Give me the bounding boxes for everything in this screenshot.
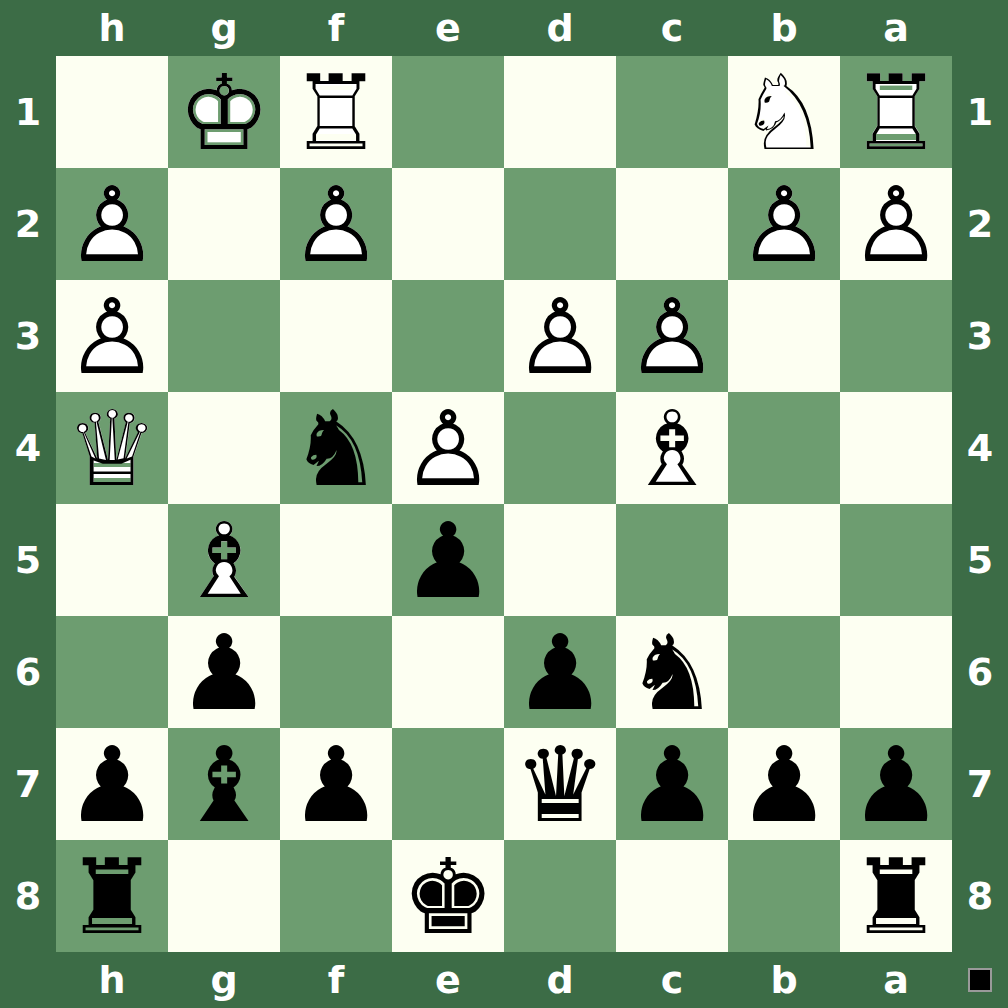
square-e7[interactable] xyxy=(392,728,504,840)
piece-outline-glyph: ♗ xyxy=(616,392,728,504)
piece-white-rook[interactable]: ♜♖ xyxy=(840,56,952,168)
chess-board-diagram: hgfedcba1♚♔♜♖♞♘♜♖12♟♙♟♙♟♙♟♙23♟♙♟♙♟♙34♛♕♞… xyxy=(0,0,1008,1008)
file-label-bottom-e-text: e xyxy=(435,958,461,1002)
square-g4[interactable] xyxy=(168,392,280,504)
square-h4[interactable]: ♛♕ xyxy=(56,392,168,504)
square-d8[interactable] xyxy=(504,840,616,952)
piece-black-rook[interactable]: ♜ xyxy=(56,840,168,952)
piece-white-bishop[interactable]: ♝♗ xyxy=(616,392,728,504)
rank-label-left-6-text: 6 xyxy=(15,650,41,694)
square-a6[interactable] xyxy=(840,616,952,728)
square-b7[interactable]: ♟ xyxy=(728,728,840,840)
rank-label-right-7-text: 7 xyxy=(967,762,993,806)
file-label-top-e-text: e xyxy=(435,6,461,50)
square-g6[interactable]: ♟ xyxy=(168,616,280,728)
square-g2[interactable] xyxy=(168,168,280,280)
piece-outline-glyph: ♙ xyxy=(728,168,840,280)
square-b5[interactable] xyxy=(728,504,840,616)
file-label-bottom-g-text: g xyxy=(210,958,237,1002)
square-e5[interactable]: ♟ xyxy=(392,504,504,616)
square-c7[interactable]: ♟ xyxy=(616,728,728,840)
piece-solid-glyph: ♟ xyxy=(616,728,728,840)
piece-outline-glyph: ♕ xyxy=(56,392,168,504)
square-a5[interactable] xyxy=(840,504,952,616)
square-b8[interactable] xyxy=(728,840,840,952)
piece-black-bishop[interactable]: ♝ xyxy=(168,728,280,840)
rank-label-right-4-text: 4 xyxy=(967,426,993,470)
piece-white-pawn[interactable]: ♟♙ xyxy=(56,280,168,392)
rank-label-left-8: 8 xyxy=(0,840,56,952)
piece-outline-glyph: ♖ xyxy=(280,56,392,168)
piece-white-pawn[interactable]: ♟♙ xyxy=(616,280,728,392)
rank-label-right-2: 2 xyxy=(952,168,1008,280)
corner-bottom-right xyxy=(952,952,1008,1008)
square-d5[interactable] xyxy=(504,504,616,616)
piece-outline-glyph: ♙ xyxy=(392,392,504,504)
rank-label-right-8-text: 8 xyxy=(967,874,993,918)
square-f7[interactable]: ♟ xyxy=(280,728,392,840)
square-e1[interactable] xyxy=(392,56,504,168)
square-h3[interactable]: ♟♙ xyxy=(56,280,168,392)
rank-label-right-6-text: 6 xyxy=(967,650,993,694)
square-a8[interactable]: ♜ xyxy=(840,840,952,952)
rank-label-right-5-text: 5 xyxy=(967,538,993,582)
rank-label-right-1-text: 1 xyxy=(967,90,993,134)
piece-outline-glyph: ♖ xyxy=(840,56,952,168)
file-label-top-c: c xyxy=(616,0,728,56)
piece-white-bishop[interactable]: ♝♗ xyxy=(168,504,280,616)
square-f4[interactable]: ♞ xyxy=(280,392,392,504)
square-b6[interactable] xyxy=(728,616,840,728)
square-c8[interactable] xyxy=(616,840,728,952)
rank-label-left-3-text: 3 xyxy=(15,314,41,358)
rank-label-left-5: 5 xyxy=(0,504,56,616)
piece-white-king[interactable]: ♚♔ xyxy=(168,56,280,168)
piece-white-pawn[interactable]: ♟♙ xyxy=(504,280,616,392)
piece-solid-glyph: ♟ xyxy=(840,728,952,840)
square-e6[interactable] xyxy=(392,616,504,728)
corner-top-right xyxy=(952,0,1008,56)
file-label-bottom-e: e xyxy=(392,952,504,1008)
piece-white-knight[interactable]: ♞♘ xyxy=(728,56,840,168)
rank-label-right-8: 8 xyxy=(952,840,1008,952)
file-label-bottom-g: g xyxy=(168,952,280,1008)
rank-label-right-3: 3 xyxy=(952,280,1008,392)
square-d4[interactable] xyxy=(504,392,616,504)
piece-solid-glyph: ♟ xyxy=(392,504,504,616)
square-a4[interactable] xyxy=(840,392,952,504)
piece-black-knight[interactable]: ♞ xyxy=(616,616,728,728)
file-label-top-g-text: g xyxy=(210,6,237,50)
piece-black-pawn[interactable]: ♟ xyxy=(168,616,280,728)
file-label-bottom-b: b xyxy=(728,952,840,1008)
piece-outline-glyph: ♘ xyxy=(728,56,840,168)
square-h5[interactable] xyxy=(56,504,168,616)
rank-label-left-8-text: 8 xyxy=(15,874,41,918)
corner-top-left xyxy=(0,0,56,56)
piece-solid-glyph: ♛ xyxy=(504,728,616,840)
piece-black-pawn[interactable]: ♟ xyxy=(392,504,504,616)
piece-solid-glyph: ♜ xyxy=(840,840,952,952)
rank-label-left-2: 2 xyxy=(0,168,56,280)
rank-label-right-5: 5 xyxy=(952,504,1008,616)
rank-label-right-1: 1 xyxy=(952,56,1008,168)
square-c5[interactable] xyxy=(616,504,728,616)
piece-solid-glyph: ♟ xyxy=(728,728,840,840)
file-label-bottom-a: a xyxy=(840,952,952,1008)
file-label-bottom-h: h xyxy=(56,952,168,1008)
piece-outline-glyph: ♙ xyxy=(280,168,392,280)
file-label-bottom-b-text: b xyxy=(770,958,797,1002)
rank-label-left-5-text: 5 xyxy=(15,538,41,582)
piece-solid-glyph: ♟ xyxy=(280,728,392,840)
file-label-bottom-f-text: f xyxy=(328,958,345,1002)
piece-black-pawn[interactable]: ♟ xyxy=(504,616,616,728)
piece-outline-glyph: ♔ xyxy=(168,56,280,168)
square-b4[interactable] xyxy=(728,392,840,504)
rank-label-left-7-text: 7 xyxy=(15,762,41,806)
piece-outline-glyph: ♗ xyxy=(168,504,280,616)
piece-black-pawn[interactable]: ♟ xyxy=(728,728,840,840)
rank-label-left-2-text: 2 xyxy=(15,202,41,246)
piece-white-pawn[interactable]: ♟♙ xyxy=(56,168,168,280)
square-c2[interactable] xyxy=(616,168,728,280)
piece-outline-glyph: ♙ xyxy=(840,168,952,280)
square-d7[interactable]: ♛ xyxy=(504,728,616,840)
file-label-top-d: d xyxy=(504,0,616,56)
square-h1[interactable] xyxy=(56,56,168,168)
piece-black-rook[interactable]: ♜ xyxy=(840,840,952,952)
file-label-top-h: h xyxy=(56,0,168,56)
piece-solid-glyph: ♟ xyxy=(504,616,616,728)
rank-label-right-6: 6 xyxy=(952,616,1008,728)
rank-label-left-3: 3 xyxy=(0,280,56,392)
piece-outline-glyph: ♙ xyxy=(56,280,168,392)
square-f5[interactable] xyxy=(280,504,392,616)
file-label-bottom-d-text: d xyxy=(546,958,573,1002)
piece-white-queen[interactable]: ♛♕ xyxy=(56,392,168,504)
file-label-top-c-text: c xyxy=(661,6,684,50)
square-b1[interactable]: ♞♘ xyxy=(728,56,840,168)
square-g3[interactable] xyxy=(168,280,280,392)
square-g8[interactable] xyxy=(168,840,280,952)
file-label-bottom-c: c xyxy=(616,952,728,1008)
piece-black-pawn[interactable]: ♟ xyxy=(280,728,392,840)
rank-label-left-1: 1 xyxy=(0,56,56,168)
piece-solid-glyph: ♚ xyxy=(392,840,504,952)
square-f8[interactable] xyxy=(280,840,392,952)
file-label-top-a: a xyxy=(840,0,952,56)
piece-white-pawn[interactable]: ♟♙ xyxy=(728,168,840,280)
square-g7[interactable]: ♝ xyxy=(168,728,280,840)
square-a1[interactable]: ♜♖ xyxy=(840,56,952,168)
square-f1[interactable]: ♜♖ xyxy=(280,56,392,168)
file-label-top-e: e xyxy=(392,0,504,56)
rank-label-left-1-text: 1 xyxy=(15,90,41,134)
piece-solid-glyph: ♟ xyxy=(56,728,168,840)
piece-black-pawn[interactable]: ♟ xyxy=(616,728,728,840)
square-c4[interactable]: ♝♗ xyxy=(616,392,728,504)
piece-outline-glyph: ♙ xyxy=(56,168,168,280)
square-f3[interactable] xyxy=(280,280,392,392)
square-h2[interactable]: ♟♙ xyxy=(56,168,168,280)
square-h7[interactable]: ♟ xyxy=(56,728,168,840)
file-label-bottom-f: f xyxy=(280,952,392,1008)
rank-label-right-4: 4 xyxy=(952,392,1008,504)
square-d2[interactable] xyxy=(504,168,616,280)
square-d1[interactable] xyxy=(504,56,616,168)
square-f6[interactable] xyxy=(280,616,392,728)
square-h6[interactable] xyxy=(56,616,168,728)
square-c6[interactable]: ♞ xyxy=(616,616,728,728)
rank-label-left-4-text: 4 xyxy=(15,426,41,470)
square-c1[interactable] xyxy=(616,56,728,168)
piece-outline-glyph: ♙ xyxy=(504,280,616,392)
rank-label-right-2-text: 2 xyxy=(967,202,993,246)
file-label-top-a-text: a xyxy=(883,6,909,50)
file-label-top-b-text: b xyxy=(770,6,797,50)
square-b3[interactable] xyxy=(728,280,840,392)
file-label-bottom-h-text: h xyxy=(98,958,125,1002)
square-b2[interactable]: ♟♙ xyxy=(728,168,840,280)
square-g5[interactable]: ♝♗ xyxy=(168,504,280,616)
square-e4[interactable]: ♟♙ xyxy=(392,392,504,504)
piece-solid-glyph: ♞ xyxy=(280,392,392,504)
piece-white-rook[interactable]: ♜♖ xyxy=(280,56,392,168)
file-label-top-f: f xyxy=(280,0,392,56)
square-h8[interactable]: ♜ xyxy=(56,840,168,952)
square-d3[interactable]: ♟♙ xyxy=(504,280,616,392)
piece-outline-glyph: ♙ xyxy=(616,280,728,392)
file-label-bottom-d: d xyxy=(504,952,616,1008)
file-label-top-f-text: f xyxy=(328,6,345,50)
piece-black-pawn[interactable]: ♟ xyxy=(56,728,168,840)
square-e3[interactable] xyxy=(392,280,504,392)
piece-black-pawn[interactable]: ♟ xyxy=(840,728,952,840)
square-a7[interactable]: ♟ xyxy=(840,728,952,840)
piece-white-pawn[interactable]: ♟♙ xyxy=(392,392,504,504)
black-to-move-indicator xyxy=(968,968,992,992)
square-c3[interactable]: ♟♙ xyxy=(616,280,728,392)
square-e2[interactable] xyxy=(392,168,504,280)
square-d6[interactable]: ♟ xyxy=(504,616,616,728)
rank-label-left-6: 6 xyxy=(0,616,56,728)
board-grid: hgfedcba1♚♔♜♖♞♘♜♖12♟♙♟♙♟♙♟♙23♟♙♟♙♟♙34♛♕♞… xyxy=(0,0,1008,1008)
square-f2[interactable]: ♟♙ xyxy=(280,168,392,280)
rank-label-left-7: 7 xyxy=(0,728,56,840)
file-label-bottom-c-text: c xyxy=(661,958,684,1002)
file-label-bottom-a-text: a xyxy=(883,958,909,1002)
piece-solid-glyph: ♜ xyxy=(56,840,168,952)
piece-black-knight[interactable]: ♞ xyxy=(280,392,392,504)
piece-solid-glyph: ♝ xyxy=(168,728,280,840)
corner-bottom-left xyxy=(0,952,56,1008)
square-a2[interactable]: ♟♙ xyxy=(840,168,952,280)
rank-label-left-4: 4 xyxy=(0,392,56,504)
piece-white-pawn[interactable]: ♟♙ xyxy=(840,168,952,280)
file-label-top-d-text: d xyxy=(546,6,573,50)
file-label-top-h-text: h xyxy=(98,6,125,50)
rank-label-right-7: 7 xyxy=(952,728,1008,840)
piece-white-pawn[interactable]: ♟♙ xyxy=(280,168,392,280)
file-label-top-b: b xyxy=(728,0,840,56)
piece-solid-glyph: ♞ xyxy=(616,616,728,728)
square-a3[interactable] xyxy=(840,280,952,392)
piece-black-king[interactable]: ♚ xyxy=(392,840,504,952)
piece-black-queen[interactable]: ♛ xyxy=(504,728,616,840)
square-g1[interactable]: ♚♔ xyxy=(168,56,280,168)
piece-solid-glyph: ♟ xyxy=(168,616,280,728)
file-label-top-g: g xyxy=(168,0,280,56)
square-e8[interactable]: ♚ xyxy=(392,840,504,952)
rank-label-right-3-text: 3 xyxy=(967,314,993,358)
